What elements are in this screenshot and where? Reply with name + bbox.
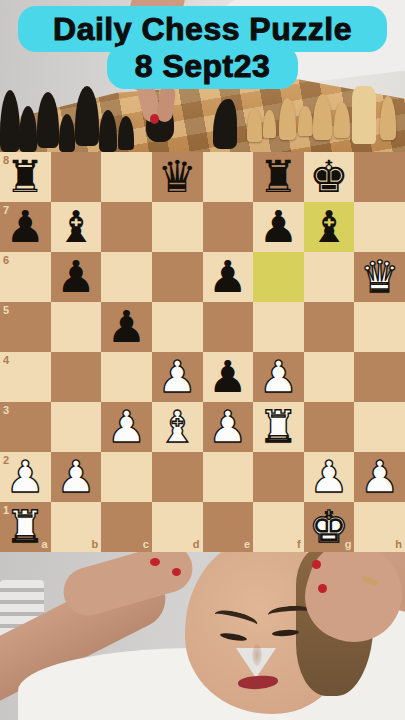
square-d7[interactable] [152,202,203,252]
black-piece-silhouette [37,92,59,148]
square-a4[interactable]: 4 [0,352,51,402]
square-c5[interactable]: ♟ [101,302,152,352]
square-g2[interactable]: ♟ [304,452,355,502]
square-e1[interactable]: e [203,502,254,552]
square-c4[interactable] [101,352,152,402]
black-pawn[interactable]: ♟ [208,255,247,299]
square-c3[interactable]: ♟ [101,402,152,452]
rank-label-6: 6 [3,255,9,266]
black-rook[interactable]: ♜ [259,155,298,199]
square-c6[interactable] [101,252,152,302]
white-bishop[interactable]: ♝ [157,405,196,449]
rank-label-5: 5 [3,305,9,316]
square-a6[interactable]: 6 [0,252,51,302]
white-pawn[interactable]: ♟ [56,455,95,499]
square-g6[interactable] [304,252,355,302]
square-f5[interactable] [253,302,304,352]
black-piece-silhouette [0,90,20,152]
black-king[interactable]: ♚ [309,155,348,199]
red-fingernail [150,558,160,566]
white-pawn[interactable]: ♟ [208,405,247,449]
square-c7[interactable] [101,202,152,252]
black-piece-silhouette [19,106,37,152]
square-h5[interactable] [354,302,405,352]
nose [252,644,262,666]
white-queen[interactable]: ♛ [360,255,399,299]
square-f1[interactable]: f [253,502,304,552]
square-f6[interactable] [253,252,304,302]
chess-board: 8♜♛♜♚7♟♝♟♝6♟♟♛5♟4♟♟♟3♟♝♟♜2♟♟♟♟1a♜bcdefg♚… [0,152,405,552]
video-frame: Daily Chess Puzzle 8 Sept23 8♜♛♜♚7♟♝♟♝6♟… [0,0,405,720]
square-h4[interactable] [354,352,405,402]
white-rook[interactable]: ♜ [259,405,298,449]
square-f7[interactable]: ♟ [253,202,304,252]
black-pawn[interactable]: ♟ [208,355,247,399]
square-d3[interactable]: ♝ [152,402,203,452]
black-bishop[interactable]: ♝ [309,205,348,249]
square-g4[interactable] [304,352,355,402]
white-pawn[interactable]: ♟ [107,405,146,449]
black-pawn[interactable]: ♟ [56,255,95,299]
square-c2[interactable] [101,452,152,502]
square-e5[interactable] [203,302,254,352]
file-label-g: g [345,539,352,550]
square-g8[interactable]: ♚ [304,152,355,202]
square-f2[interactable] [253,452,304,502]
square-d6[interactable] [152,252,203,302]
square-g3[interactable] [304,402,355,452]
white-pawn[interactable]: ♟ [157,355,196,399]
white-pawn[interactable]: ♟ [309,455,348,499]
square-b3[interactable] [51,402,102,452]
square-d4[interactable]: ♟ [152,352,203,402]
red-fingernail [318,584,327,593]
square-g1[interactable]: g♚ [304,502,355,552]
white-rook-silhouette [352,86,376,144]
red-fingernail [312,560,321,569]
black-queen[interactable]: ♛ [157,155,196,199]
rank-label-4: 4 [3,355,9,366]
square-b8[interactable] [51,152,102,202]
square-b6[interactable]: ♟ [51,252,102,302]
white-rook[interactable]: ♜ [6,505,45,549]
top-photo: Daily Chess Puzzle 8 Sept23 [0,0,405,152]
white-pawn[interactable]: ♟ [360,455,399,499]
rank-label-3: 3 [3,405,9,416]
square-e2[interactable] [203,452,254,502]
white-king[interactable]: ♚ [309,505,348,549]
square-h3[interactable] [354,402,405,452]
square-e6[interactable]: ♟ [203,252,254,302]
black-pawn[interactable]: ♟ [259,205,298,249]
black-pawn[interactable]: ♟ [6,205,45,249]
bottom-photo-art [0,552,405,720]
square-d5[interactable] [152,302,203,352]
file-label-b: b [92,539,99,550]
file-label-d: d [193,539,200,550]
red-fingernail [150,114,159,124]
square-f3[interactable]: ♜ [253,402,304,452]
square-a2[interactable]: 2♟ [0,452,51,502]
title-banner: Daily Chess Puzzle 8 Sept23 [0,6,405,89]
black-bishop[interactable]: ♝ [56,205,95,249]
file-label-c: c [143,539,149,550]
square-f8[interactable]: ♜ [253,152,304,202]
square-e3[interactable]: ♟ [203,402,254,452]
square-c1[interactable]: c [101,502,152,552]
rank-label-1: 1 [3,505,9,516]
white-pawn[interactable]: ♟ [259,355,298,399]
square-c8[interactable] [101,152,152,202]
square-a3[interactable]: 3 [0,402,51,452]
black-rook[interactable]: ♜ [6,155,45,199]
file-label-e: e [244,539,250,550]
square-e7[interactable] [203,202,254,252]
square-a5[interactable]: 5 [0,302,51,352]
square-h2[interactable]: ♟ [354,452,405,502]
rank-label-7: 7 [3,205,9,216]
square-b7[interactable]: ♝ [51,202,102,252]
square-f4[interactable]: ♟ [253,352,304,402]
file-label-f: f [297,539,301,550]
banner-date: 8 Sept23 [107,45,299,89]
square-a8[interactable]: 8♜ [0,152,51,202]
file-label-h: h [395,539,402,550]
square-g7[interactable]: ♝ [304,202,355,252]
file-label-a: a [42,539,48,550]
square-d2[interactable] [152,452,203,502]
square-b2[interactable]: ♟ [51,452,102,502]
square-a7[interactable]: 7♟ [0,202,51,252]
square-b4[interactable] [51,352,102,402]
square-b5[interactable] [51,302,102,352]
square-d8[interactable]: ♛ [152,152,203,202]
rank-label-8: 8 [3,155,9,166]
rank-label-2: 2 [3,455,9,466]
square-b1[interactable]: b [51,502,102,552]
black-piece-silhouette [75,86,99,146]
square-g5[interactable] [304,302,355,352]
square-a1[interactable]: 1a♜ [0,502,51,552]
square-e8[interactable] [203,152,254,202]
black-pawn[interactable]: ♟ [107,305,146,349]
square-e4[interactable]: ♟ [203,352,254,402]
bottom-photo [0,552,405,720]
red-fingernail [172,568,181,576]
white-pawn[interactable]: ♟ [6,455,45,499]
square-d1[interactable]: d [152,502,203,552]
square-h7[interactable] [354,202,405,252]
square-h6[interactable]: ♛ [354,252,405,302]
square-h1[interactable]: h [354,502,405,552]
square-h8[interactable] [354,152,405,202]
